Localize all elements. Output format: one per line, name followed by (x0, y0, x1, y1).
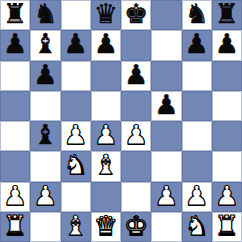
white-knight[interactable]: ♞ (185, 211, 209, 241)
white-pawn[interactable]: ♟ (185, 181, 209, 211)
white-bishop[interactable]: ♝ (64, 211, 88, 241)
square-d1[interactable]: ♛ (91, 212, 121, 242)
white-rook[interactable]: ♜ (215, 211, 239, 241)
square-a2[interactable]: ♟ (0, 182, 30, 212)
square-a4[interactable] (0, 121, 30, 151)
square-f7[interactable] (151, 30, 181, 60)
black-pawn[interactable]: ♟ (94, 29, 118, 59)
white-king[interactable]: ♚ (124, 211, 148, 241)
square-g6[interactable] (182, 61, 212, 91)
square-d7[interactable]: ♟ (91, 30, 121, 60)
square-c3[interactable]: ♞ (61, 151, 91, 181)
square-b4[interactable]: ♝ (30, 121, 60, 151)
square-f1[interactable] (151, 212, 181, 242)
square-f3[interactable] (151, 151, 181, 181)
square-c5[interactable] (61, 91, 91, 121)
black-queen[interactable]: ♛ (94, 0, 118, 29)
white-rook[interactable]: ♜ (3, 211, 27, 241)
square-c1[interactable]: ♝ (61, 212, 91, 242)
square-h8[interactable]: ♜ (212, 0, 242, 30)
square-d3[interactable]: ♝ (91, 151, 121, 181)
square-d2[interactable] (91, 182, 121, 212)
square-e2[interactable] (121, 182, 151, 212)
square-c6[interactable] (61, 61, 91, 91)
square-e4[interactable]: ♟ (121, 121, 151, 151)
square-c2[interactable] (61, 182, 91, 212)
square-f8[interactable] (151, 0, 181, 30)
white-pawn[interactable]: ♟ (33, 181, 57, 211)
chess-board: ♜♞♛♚♞♜♟♝♟♟♟♟♟♟♟♝♟♟♟♞♝♟♟♟♟♟♜♝♛♚♞♜ (0, 0, 242, 242)
square-h4[interactable] (212, 121, 242, 151)
square-g2[interactable]: ♟ (182, 182, 212, 212)
white-queen[interactable]: ♛ (94, 211, 118, 241)
white-pawn[interactable]: ♟ (94, 120, 118, 150)
square-d5[interactable] (91, 91, 121, 121)
black-pawn[interactable]: ♟ (185, 29, 209, 59)
black-knight[interactable]: ♞ (185, 0, 209, 29)
square-c4[interactable]: ♟ (61, 121, 91, 151)
square-b5[interactable] (30, 91, 60, 121)
square-f4[interactable] (151, 121, 181, 151)
square-e1[interactable]: ♚ (121, 212, 151, 242)
square-e8[interactable]: ♚ (121, 0, 151, 30)
square-c8[interactable] (61, 0, 91, 30)
square-h1[interactable]: ♜ (212, 212, 242, 242)
black-pawn[interactable]: ♟ (215, 29, 239, 59)
black-rook[interactable]: ♜ (215, 0, 239, 29)
square-g8[interactable]: ♞ (182, 0, 212, 30)
square-a1[interactable]: ♜ (0, 212, 30, 242)
square-b2[interactable]: ♟ (30, 182, 60, 212)
square-d6[interactable] (91, 61, 121, 91)
square-g7[interactable]: ♟ (182, 30, 212, 60)
square-g4[interactable] (182, 121, 212, 151)
square-d4[interactable]: ♟ (91, 121, 121, 151)
square-a5[interactable] (0, 91, 30, 121)
square-e5[interactable] (121, 91, 151, 121)
square-e6[interactable]: ♟ (121, 61, 151, 91)
white-pawn[interactable]: ♟ (3, 181, 27, 211)
square-a8[interactable]: ♜ (0, 0, 30, 30)
square-h5[interactable] (212, 91, 242, 121)
square-e3[interactable] (121, 151, 151, 181)
black-pawn[interactable]: ♟ (3, 29, 27, 59)
black-pawn[interactable]: ♟ (124, 60, 148, 90)
white-pawn[interactable]: ♟ (215, 181, 239, 211)
square-h2[interactable]: ♟ (212, 182, 242, 212)
white-pawn[interactable]: ♟ (124, 120, 148, 150)
black-pawn[interactable]: ♟ (33, 60, 57, 90)
square-f5[interactable]: ♟ (151, 91, 181, 121)
white-bishop[interactable]: ♝ (94, 150, 118, 180)
square-a3[interactable] (0, 151, 30, 181)
square-h3[interactable] (212, 151, 242, 181)
square-b1[interactable] (30, 212, 60, 242)
black-bishop[interactable]: ♝ (33, 120, 57, 150)
white-knight[interactable]: ♞ (64, 150, 88, 180)
square-g3[interactable] (182, 151, 212, 181)
white-pawn[interactable]: ♟ (64, 120, 88, 150)
square-d8[interactable]: ♛ (91, 0, 121, 30)
square-f2[interactable]: ♟ (151, 182, 181, 212)
square-g5[interactable] (182, 91, 212, 121)
square-a7[interactable]: ♟ (0, 30, 30, 60)
black-rook[interactable]: ♜ (3, 0, 27, 29)
square-b7[interactable]: ♝ (30, 30, 60, 60)
square-g1[interactable]: ♞ (182, 212, 212, 242)
square-a6[interactable] (0, 61, 30, 91)
square-b3[interactable] (30, 151, 60, 181)
black-king[interactable]: ♚ (124, 0, 148, 29)
square-e7[interactable] (121, 30, 151, 60)
black-knight[interactable]: ♞ (33, 0, 57, 29)
square-b8[interactable]: ♞ (30, 0, 60, 30)
black-bishop[interactable]: ♝ (33, 29, 57, 59)
square-h7[interactable]: ♟ (212, 30, 242, 60)
black-pawn[interactable]: ♟ (64, 29, 88, 59)
square-b6[interactable]: ♟ (30, 61, 60, 91)
white-pawn[interactable]: ♟ (154, 181, 178, 211)
square-c7[interactable]: ♟ (61, 30, 91, 60)
black-pawn[interactable]: ♟ (154, 90, 178, 120)
square-h6[interactable] (212, 61, 242, 91)
square-f6[interactable] (151, 61, 181, 91)
